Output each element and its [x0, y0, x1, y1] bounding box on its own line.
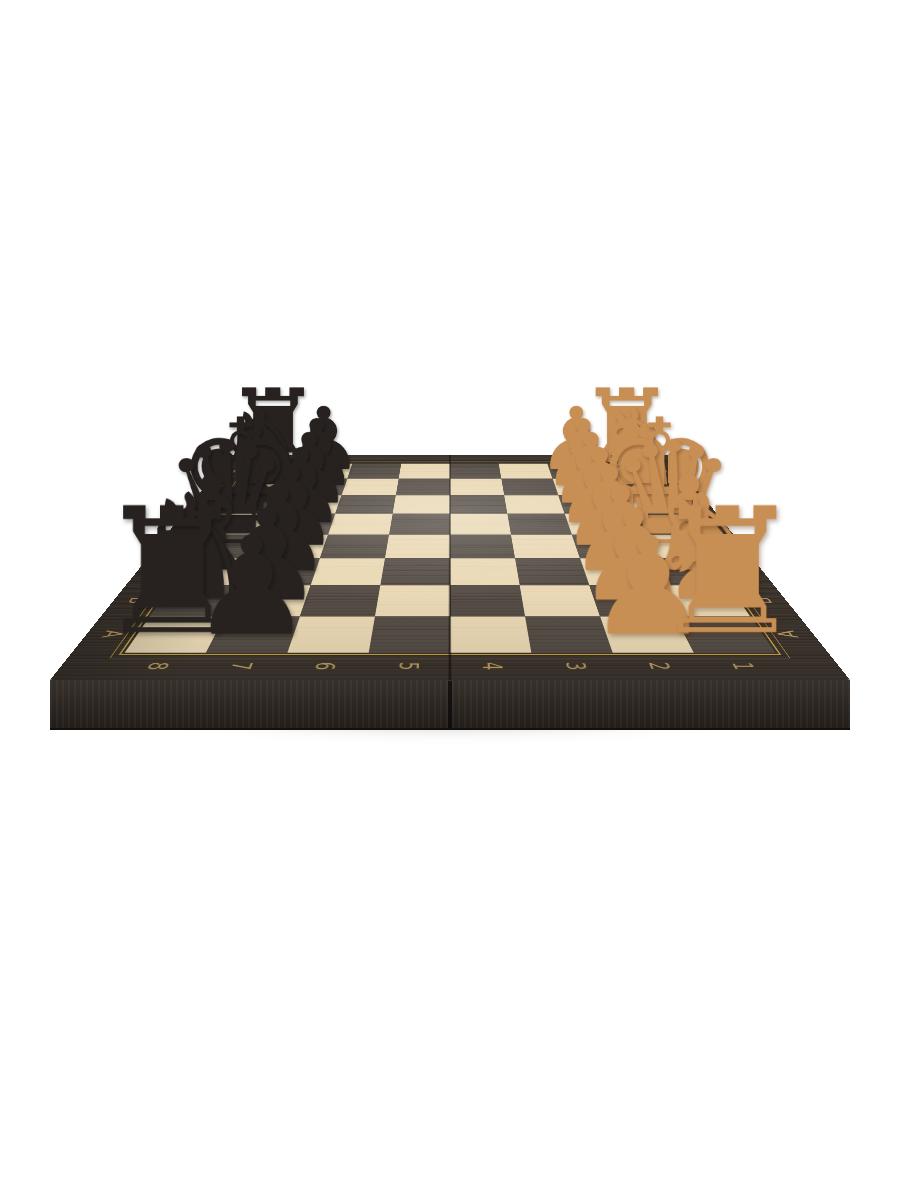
rank-label-6: 6 — [309, 662, 340, 670]
board-front-edge — [50, 680, 850, 730]
square-a5 — [369, 616, 450, 652]
square-c4 — [450, 558, 520, 585]
square-a4 — [450, 616, 531, 652]
square-g5 — [396, 479, 450, 496]
square-d4 — [450, 535, 515, 559]
square-f5 — [393, 495, 450, 514]
rank-label-2: 2 — [643, 662, 676, 670]
square-a1: ♜ — [675, 616, 775, 652]
rank-label-3: 3 — [560, 662, 591, 670]
black-pawn-a7: ♟ — [190, 532, 312, 641]
white-rook-a1: ♜ — [650, 503, 805, 642]
chessboard-scene: ♜♟♟♜♞♟♟♞♝♟♟♝♚♟♟♚♛♟♟♛♝♟♟♝♞♟♟♞♜♟♟♜ 8765432… — [0, 0, 900, 1200]
rank-label-5: 5 — [393, 662, 423, 670]
rank-label-4: 4 — [477, 662, 507, 670]
square-b4 — [450, 585, 525, 616]
square-e4 — [450, 514, 511, 535]
board-top-surface: ♜♟♟♜♞♟♟♞♝♟♟♝♚♟♟♚♛♟♟♛♝♟♟♝♞♟♟♞♜♟♟♜ 8765432… — [50, 455, 850, 680]
square-f4 — [450, 495, 507, 514]
fold-seam-front — [448, 681, 452, 728]
rank-label-7: 7 — [225, 662, 258, 670]
square-h4 — [450, 464, 501, 479]
square-d5 — [385, 535, 450, 559]
square-h5 — [399, 464, 450, 479]
rank-label-8: 8 — [140, 662, 174, 670]
square-a7: ♟ — [206, 616, 300, 652]
rank-label-1: 1 — [726, 662, 760, 670]
square-b5 — [375, 585, 450, 616]
folding-chessboard: ♜♟♟♜♞♟♟♞♝♟♟♝♚♟♟♚♛♟♟♛♝♟♟♝♞♟♟♞♜♟♟♜ 8765432… — [50, 455, 850, 680]
square-c5 — [380, 558, 450, 585]
square-g4 — [450, 479, 504, 496]
square-e5 — [389, 514, 450, 535]
